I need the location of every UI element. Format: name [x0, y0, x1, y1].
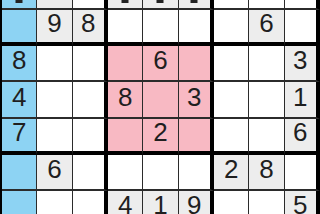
sudoku-cell-r6c5[interactable]: 2 — [143, 119, 178, 155]
sudoku-cell-r6c6[interactable] — [179, 119, 214, 155]
digit: 9 — [47, 10, 61, 36]
sudoku-cell-r8c1[interactable] — [2, 191, 37, 214]
cutoff-digit-tip — [122, 0, 129, 3]
sudoku-cell-r4c9[interactable]: 3 — [285, 46, 320, 82]
sudoku-cell-r7c2[interactable]: 6 — [37, 155, 72, 191]
digit: 8 — [81, 10, 95, 36]
sudoku-cell-r3c8[interactable]: 6 — [249, 10, 284, 46]
digit: 6 — [259, 10, 273, 36]
digit: 6 — [153, 47, 167, 73]
sudoku-cell-r5c9[interactable]: 1 — [285, 82, 320, 118]
sudoku-cell-r5c3[interactable] — [73, 82, 108, 118]
sudoku-board: 98686348317266284195 — [0, 0, 320, 214]
sudoku-cell-r5c8[interactable] — [249, 82, 284, 118]
sudoku-cell-r4c8[interactable] — [249, 46, 284, 82]
sudoku-cell-r7c4[interactable] — [108, 155, 143, 191]
cutoff-digit-tip — [191, 0, 198, 3]
sudoku-cell-r7c1[interactable] — [2, 155, 37, 191]
digit: 1 — [293, 84, 307, 110]
sudoku-cell-r7c9[interactable] — [285, 155, 320, 191]
sudoku-cell-r4c3[interactable] — [73, 46, 108, 82]
sudoku-cell-r3c2[interactable]: 9 — [37, 10, 72, 46]
cutoff-digit-tip — [157, 0, 164, 3]
sudoku-cell-r7c5[interactable] — [143, 155, 178, 191]
digit: 2 — [224, 156, 238, 182]
sudoku-cell-r6c7[interactable] — [214, 119, 249, 155]
sudoku-cell-r6c1[interactable]: 7 — [2, 119, 37, 155]
sudoku-cell-r8c7[interactable] — [214, 191, 249, 214]
sudoku-cell-r2c4[interactable] — [108, 0, 143, 10]
sudoku-cell-r6c2[interactable] — [37, 119, 72, 155]
sudoku-cell-r7c7[interactable]: 2 — [214, 155, 249, 191]
digit: 6 — [47, 156, 61, 182]
cutoff-digit-tip — [16, 0, 23, 3]
sudoku-cell-r5c4[interactable]: 8 — [108, 82, 143, 118]
sudoku-cell-r7c6[interactable] — [179, 155, 214, 191]
sudoku-cell-r4c7[interactable] — [214, 46, 249, 82]
sudoku-cell-r3c6[interactable] — [179, 10, 214, 46]
sudoku-cell-r2c1[interactable] — [2, 0, 37, 10]
sudoku-cell-r4c4[interactable] — [108, 46, 143, 82]
digit: 3 — [187, 84, 201, 110]
sudoku-cell-r6c4[interactable] — [108, 119, 143, 155]
sudoku-cell-r4c1[interactable]: 8 — [2, 46, 37, 82]
digit: 7 — [12, 119, 26, 145]
sudoku-cell-r3c5[interactable] — [143, 10, 178, 46]
sudoku-cell-r4c6[interactable] — [179, 46, 214, 82]
digit: 8 — [259, 156, 273, 182]
sudoku-cell-r2c5[interactable] — [143, 0, 178, 10]
sudoku-cell-r5c2[interactable] — [37, 82, 72, 118]
digit: 3 — [293, 47, 307, 73]
sudoku-cell-r6c3[interactable] — [73, 119, 108, 155]
sudoku-cell-r7c3[interactable] — [73, 155, 108, 191]
sudoku-cell-r3c9[interactable] — [285, 10, 320, 46]
sudoku-cell-r3c3[interactable]: 8 — [73, 10, 108, 46]
sudoku-cell-r5c5[interactable] — [143, 82, 178, 118]
sudoku-cell-r6c9[interactable]: 6 — [285, 119, 320, 155]
sudoku-cell-r8c2[interactable] — [37, 191, 72, 214]
sudoku-cell-r5c1[interactable]: 4 — [2, 82, 37, 118]
digit: 8 — [12, 47, 26, 73]
digit: 6 — [293, 119, 307, 145]
digit: 4 — [118, 192, 132, 214]
sudoku-cell-r8c4[interactable]: 4 — [108, 191, 143, 214]
digit: 4 — [12, 84, 26, 110]
sudoku-cell-r4c5[interactable]: 6 — [143, 46, 178, 82]
sudoku-cell-r7c8[interactable]: 8 — [249, 155, 284, 191]
sudoku-cell-r2c7[interactable] — [214, 0, 249, 10]
sudoku-cell-r5c6[interactable]: 3 — [179, 82, 214, 118]
sudoku-cell-r2c6[interactable] — [179, 0, 214, 10]
sudoku-cell-r8c3[interactable] — [73, 191, 108, 214]
digit: 2 — [153, 119, 167, 145]
sudoku-cell-r3c7[interactable] — [214, 10, 249, 46]
digit: 5 — [293, 192, 307, 214]
sudoku-cell-r5c7[interactable] — [214, 82, 249, 118]
sudoku-cell-r6c8[interactable] — [249, 119, 284, 155]
sudoku-cell-r8c9[interactable]: 5 — [285, 191, 320, 214]
sudoku-cell-r8c5[interactable]: 1 — [143, 191, 178, 214]
sudoku-cell-r2c9[interactable] — [285, 0, 320, 10]
sudoku-cell-r4c2[interactable] — [37, 46, 72, 82]
sudoku-app-viewport: 98686348317266284195 — [0, 0, 320, 214]
sudoku-cell-r3c1[interactable] — [2, 10, 37, 46]
digit: 8 — [118, 84, 132, 110]
digit: 9 — [187, 192, 201, 214]
digit: 1 — [153, 192, 167, 214]
sudoku-cell-r8c6[interactable]: 9 — [179, 191, 214, 214]
sudoku-cell-r3c4[interactable] — [108, 10, 143, 46]
sudoku-cell-r8c8[interactable] — [249, 191, 284, 214]
